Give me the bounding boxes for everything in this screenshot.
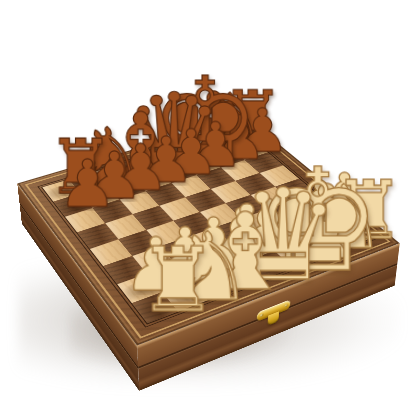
chess-box: ♜♞♝♛♚♝♞♜♟♟♟♟♟♟♟♟♟♟♟♟♟♟♟♟♜♞♝♛♚♝♞♜ [17,116,400,345]
black-pawn[interactable]: ♟ [58,152,88,217]
piece-anchor-a1: ♜ [132,292,178,323]
scene: ♜♞♝♛♚♝♞♜♟♟♟♟♟♟♟♟♟♟♟♟♟♟♟♟♜♞♝♛♚♝♞♜ [0,0,416,416]
box-lid-top: ♜♞♝♛♚♝♞♜♟♟♟♟♟♟♟♟♟♟♟♟♟♟♟♟♜♞♝♛♚♝♞♜ [17,116,400,345]
chess-set-photo: ♜♞♝♛♚♝♞♜♟♟♟♟♟♟♟♟♟♟♟♟♟♟♟♟♜♞♝♛♚♝♞♜ [0,0,416,416]
piece-anchor-a7: ♟ [53,193,92,216]
